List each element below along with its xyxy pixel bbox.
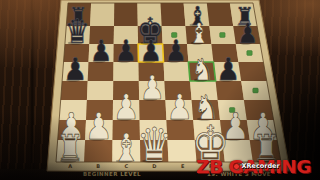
chess-board-3d: ABCDEFGH♜♝♜♛♚♝♟♟♟♟♟♟♞♟♟♟♟♞♟♟♟♟♜♝♛♚♜ bbox=[0, 0, 320, 180]
piece-black-pawn-e6[interactable]: ♟ bbox=[165, 34, 187, 67]
piece-black-pawn-g5[interactable]: ♟ bbox=[216, 51, 240, 88]
xrecorder-icon bbox=[233, 163, 240, 170]
xrecorder-label: XRecorder bbox=[242, 162, 280, 170]
piece-white-knight-f5[interactable]: ♞ bbox=[191, 52, 214, 88]
screen: BEGINNER LEVEL 19: WHITE'S MOVE ABCDEFGH… bbox=[0, 0, 320, 180]
piece-black-queen-a7[interactable]: ♛ bbox=[64, 12, 89, 51]
square-b4[interactable] bbox=[87, 81, 113, 100]
move-dot-h4[interactable] bbox=[253, 88, 258, 93]
piece-white-bishop-f7[interactable]: ♝ bbox=[189, 17, 210, 49]
xrecorder-watermark: XRecorder bbox=[233, 162, 280, 170]
piece-black-pawn-h7[interactable]: ♟ bbox=[237, 17, 258, 49]
file-label-e: E bbox=[181, 163, 185, 169]
piece-black-pawn-b6[interactable]: ♟ bbox=[90, 34, 112, 67]
piece-white-pawn-b2[interactable]: ♟ bbox=[85, 104, 113, 147]
piece-white-rook-a1[interactable]: ♜ bbox=[56, 126, 84, 169]
square-c8[interactable] bbox=[114, 3, 138, 26]
piece-white-pawn-c3[interactable]: ♟ bbox=[113, 87, 139, 128]
piece-black-pawn-d6[interactable]: ♟ bbox=[140, 34, 162, 67]
piece-white-pawn-d4[interactable]: ♟ bbox=[140, 69, 165, 107]
piece-black-pawn-a5[interactable]: ♟ bbox=[63, 51, 87, 88]
move-dot-g7[interactable] bbox=[220, 33, 225, 38]
square-h5[interactable] bbox=[238, 62, 266, 81]
square-g8[interactable] bbox=[207, 3, 233, 26]
piece-black-pawn-c6[interactable]: ♟ bbox=[115, 34, 137, 67]
file-label-b: B bbox=[96, 163, 100, 169]
piece-white-queen-d1[interactable]: ♛ bbox=[137, 118, 173, 172]
move-dot-h6[interactable] bbox=[247, 51, 252, 56]
square-b8[interactable] bbox=[90, 3, 114, 26]
square-e8[interactable] bbox=[161, 3, 186, 26]
